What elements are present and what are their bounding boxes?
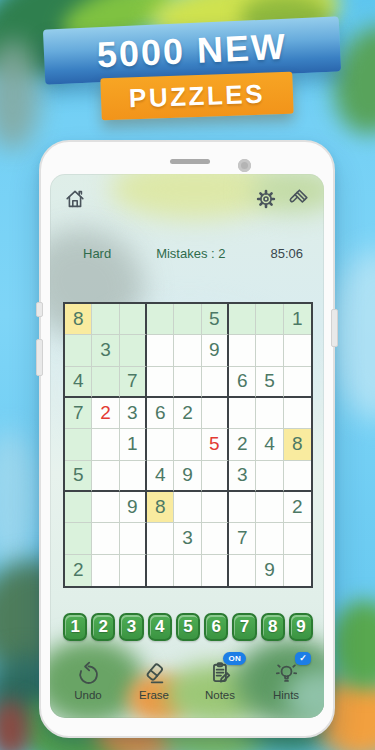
settings-button[interactable] bbox=[254, 187, 278, 211]
notes-label: Notes bbox=[205, 689, 235, 701]
sudoku-cell-r9c7[interactable] bbox=[229, 555, 256, 586]
sudoku-cell-r9c4[interactable] bbox=[147, 555, 174, 586]
numpad-button-9[interactable]: 9 bbox=[289, 613, 313, 641]
app-store-screenshot: 5000 NEW PUZZLES bbox=[0, 0, 375, 750]
sudoku-cell-r8c1[interactable] bbox=[65, 523, 92, 554]
sudoku-cell-r3c7[interactable]: 6 bbox=[229, 367, 256, 398]
sudoku-cell-r6c4[interactable]: 4 bbox=[147, 461, 174, 492]
sudoku-cell-r6c7[interactable]: 3 bbox=[229, 461, 256, 492]
hints-button[interactable]: ✓ Hints bbox=[259, 660, 313, 701]
erase-button[interactable]: Erase bbox=[127, 660, 181, 701]
sudoku-cell-r1c1[interactable]: 8 bbox=[65, 304, 92, 335]
app-bar bbox=[50, 174, 324, 222]
sudoku-cell-r4c2[interactable]: 2 bbox=[92, 398, 119, 429]
sudoku-cell-r5c7[interactable]: 2 bbox=[229, 429, 256, 460]
sudoku-cell-r6c5[interactable]: 9 bbox=[174, 461, 201, 492]
sudoku-cell-r6c1[interactable]: 5 bbox=[65, 461, 92, 492]
sudoku-cell-r4c4[interactable]: 6 bbox=[147, 398, 174, 429]
notes-button[interactable]: ON Notes bbox=[193, 660, 247, 701]
sudoku-cell-r4c8[interactable] bbox=[256, 398, 283, 429]
sudoku-cell-r9c8[interactable]: 9 bbox=[256, 555, 283, 586]
numpad-button-5[interactable]: 5 bbox=[176, 613, 200, 641]
sudoku-cell-r5c3[interactable]: 1 bbox=[120, 429, 147, 460]
sudoku-cell-r3c2[interactable] bbox=[92, 367, 119, 398]
sudoku-cell-r1c4[interactable] bbox=[147, 304, 174, 335]
phone-camera bbox=[238, 159, 251, 172]
headline-text: 5000 NEW bbox=[96, 25, 288, 76]
sudoku-cell-r1c9[interactable]: 1 bbox=[284, 304, 311, 335]
sudoku-cell-r4c7[interactable] bbox=[229, 398, 256, 429]
timer-label: 85:06 bbox=[270, 246, 303, 261]
sudoku-cell-r6c9[interactable] bbox=[284, 461, 311, 492]
game-screen: Hard Mistakes : 2 85:06 8513947657236215… bbox=[50, 174, 324, 718]
sudoku-cell-r4c1[interactable]: 7 bbox=[65, 398, 92, 429]
sudoku-cell-r7c6[interactable] bbox=[202, 492, 229, 523]
numpad-button-1[interactable]: 1 bbox=[63, 613, 87, 641]
sudoku-cell-r7c5[interactable] bbox=[174, 492, 201, 523]
sudoku-cell-r7c7[interactable] bbox=[229, 492, 256, 523]
promo-banner-subline: PUZZLES bbox=[100, 72, 293, 121]
hint-bulb-icon bbox=[273, 660, 300, 687]
sudoku-cell-r2c9[interactable] bbox=[284, 335, 311, 366]
sudoku-cell-r7c1[interactable] bbox=[65, 492, 92, 523]
home-button[interactable] bbox=[63, 187, 87, 211]
sudoku-cell-r5c2[interactable] bbox=[92, 429, 119, 460]
erase-label: Erase bbox=[139, 689, 169, 701]
theme-brush-icon bbox=[286, 187, 310, 211]
undo-button[interactable]: Undo bbox=[61, 660, 115, 701]
sudoku-cell-r7c9[interactable]: 2 bbox=[284, 492, 311, 523]
sudoku-cell-r9c2[interactable] bbox=[92, 555, 119, 586]
sudoku-cell-r8c8[interactable] bbox=[256, 523, 283, 554]
sudoku-cell-r1c2[interactable] bbox=[92, 304, 119, 335]
sudoku-cell-r6c6[interactable] bbox=[202, 461, 229, 492]
settings-gear-icon bbox=[254, 187, 278, 211]
sudoku-cell-r8c6[interactable] bbox=[202, 523, 229, 554]
sudoku-cell-r1c7[interactable] bbox=[229, 304, 256, 335]
sudoku-cell-r3c9[interactable] bbox=[284, 367, 311, 398]
sudoku-cell-r3c8[interactable]: 5 bbox=[256, 367, 283, 398]
sudoku-cell-r8c3[interactable] bbox=[120, 523, 147, 554]
sudoku-cell-r2c2[interactable]: 3 bbox=[92, 335, 119, 366]
sudoku-cell-r2c6[interactable]: 9 bbox=[202, 335, 229, 366]
phone-speaker bbox=[170, 159, 210, 164]
numpad-button-8[interactable]: 8 bbox=[261, 613, 285, 641]
sudoku-cell-r2c8[interactable] bbox=[256, 335, 283, 366]
sudoku-cell-r9c1[interactable]: 2 bbox=[65, 555, 92, 586]
volume-up-button bbox=[36, 302, 43, 317]
sudoku-cell-r3c6[interactable] bbox=[202, 367, 229, 398]
sudoku-cell-r2c1[interactable] bbox=[65, 335, 92, 366]
subline-text: PUZZLES bbox=[129, 78, 266, 114]
undo-icon bbox=[75, 660, 102, 687]
sudoku-cell-r9c3[interactable] bbox=[120, 555, 147, 586]
sudoku-cell-r2c5[interactable] bbox=[174, 335, 201, 366]
sudoku-cell-r5c1[interactable] bbox=[65, 429, 92, 460]
sudoku-cell-r8c7[interactable]: 7 bbox=[229, 523, 256, 554]
sudoku-cell-r2c4[interactable] bbox=[147, 335, 174, 366]
sudoku-cell-r5c4[interactable] bbox=[147, 429, 174, 460]
sudoku-cell-r9c6[interactable] bbox=[202, 555, 229, 586]
home-icon bbox=[63, 187, 87, 211]
sudoku-cell-r6c2[interactable] bbox=[92, 461, 119, 492]
sudoku-cell-r4c9[interactable] bbox=[284, 398, 311, 429]
sudoku-cell-r8c2[interactable] bbox=[92, 523, 119, 554]
sudoku-cell-r2c3[interactable] bbox=[120, 335, 147, 366]
power-button bbox=[331, 309, 338, 347]
sudoku-cell-r9c9[interactable] bbox=[284, 555, 311, 586]
sudoku-cell-r5c9[interactable]: 8 bbox=[284, 429, 311, 460]
sudoku-cell-r7c3[interactable]: 9 bbox=[120, 492, 147, 523]
sudoku-cell-r1c8[interactable] bbox=[256, 304, 283, 335]
numpad-button-3[interactable]: 3 bbox=[119, 613, 143, 641]
sudoku-cell-r3c5[interactable] bbox=[174, 367, 201, 398]
phone-mockup: Hard Mistakes : 2 85:06 8513947657236215… bbox=[39, 140, 335, 738]
sudoku-cell-r8c5[interactable]: 3 bbox=[174, 523, 201, 554]
theme-button[interactable] bbox=[286, 187, 310, 211]
sudoku-cell-r1c5[interactable] bbox=[174, 304, 201, 335]
sudoku-cell-r8c4[interactable] bbox=[147, 523, 174, 554]
sudoku-cell-r3c4[interactable] bbox=[147, 367, 174, 398]
sudoku-cell-r3c1[interactable]: 4 bbox=[65, 367, 92, 398]
mistakes-label: Mistakes : 2 bbox=[156, 246, 225, 261]
numpad-button-6[interactable]: 6 bbox=[204, 613, 228, 641]
sudoku-cell-r1c3[interactable] bbox=[120, 304, 147, 335]
sudoku-cell-r3c3[interactable]: 7 bbox=[120, 367, 147, 398]
toolbar: Undo Erase ON bbox=[50, 660, 324, 701]
sudoku-board: 851394765723621524854939823729 bbox=[63, 302, 313, 588]
eraser-icon bbox=[141, 660, 168, 687]
undo-label: Undo bbox=[74, 689, 102, 701]
numpad-button-7[interactable]: 7 bbox=[232, 613, 256, 641]
hints-label: Hints bbox=[273, 689, 299, 701]
sudoku-cell-r9c5[interactable] bbox=[174, 555, 201, 586]
sudoku-cell-r8c9[interactable] bbox=[284, 523, 311, 554]
numpad-button-4[interactable]: 4 bbox=[148, 613, 172, 641]
number-pad: 123456789 bbox=[63, 613, 313, 641]
numpad-button-2[interactable]: 2 bbox=[91, 613, 115, 641]
sudoku-cell-r7c8[interactable] bbox=[256, 492, 283, 523]
sudoku-cell-r7c4[interactable]: 8 bbox=[147, 492, 174, 523]
sudoku-cell-r4c5[interactable]: 2 bbox=[174, 398, 201, 429]
sudoku-cell-r5c8[interactable]: 4 bbox=[256, 429, 283, 460]
sudoku-cell-r6c8[interactable] bbox=[256, 461, 283, 492]
volume-down-button bbox=[36, 339, 43, 376]
sudoku-cell-r1c6[interactable]: 5 bbox=[202, 304, 229, 335]
sudoku-cell-r4c6[interactable] bbox=[202, 398, 229, 429]
sudoku-cell-r7c2[interactable] bbox=[92, 492, 119, 523]
hints-check-badge: ✓ bbox=[295, 652, 311, 665]
status-bar: Hard Mistakes : 2 85:06 bbox=[50, 246, 324, 261]
sudoku-cell-r4c3[interactable]: 3 bbox=[120, 398, 147, 429]
sudoku-cell-r5c5[interactable] bbox=[174, 429, 201, 460]
sudoku-cell-r2c7[interactable] bbox=[229, 335, 256, 366]
notes-on-badge: ON bbox=[223, 652, 246, 665]
sudoku-cell-r5c6[interactable]: 5 bbox=[202, 429, 229, 460]
sudoku-cell-r6c3[interactable] bbox=[120, 461, 147, 492]
difficulty-label: Hard bbox=[83, 246, 111, 261]
